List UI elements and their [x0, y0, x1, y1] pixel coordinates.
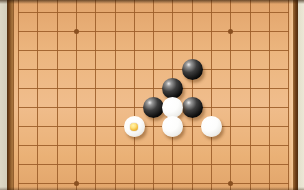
window-bottom-shadow	[0, 187, 304, 190]
page-margin-left	[0, 0, 7, 190]
black-stone	[182, 59, 203, 80]
last-move-marker	[130, 123, 138, 131]
stone-grid	[14, 0, 293, 190]
black-stone	[182, 97, 203, 118]
white-stone	[124, 116, 145, 137]
black-stone	[162, 78, 183, 99]
black-stone	[143, 97, 164, 118]
page-margin-right	[298, 0, 304, 190]
window-top-shadow	[0, 0, 304, 4]
white-stone	[201, 116, 222, 137]
board-wood-edge-left	[7, 0, 14, 190]
gomoku-board[interactable]	[14, 0, 293, 190]
gomoku-app-screen	[0, 0, 304, 190]
white-stone	[162, 97, 183, 118]
board-wood-edge-right	[293, 0, 298, 190]
white-stone	[162, 116, 183, 137]
